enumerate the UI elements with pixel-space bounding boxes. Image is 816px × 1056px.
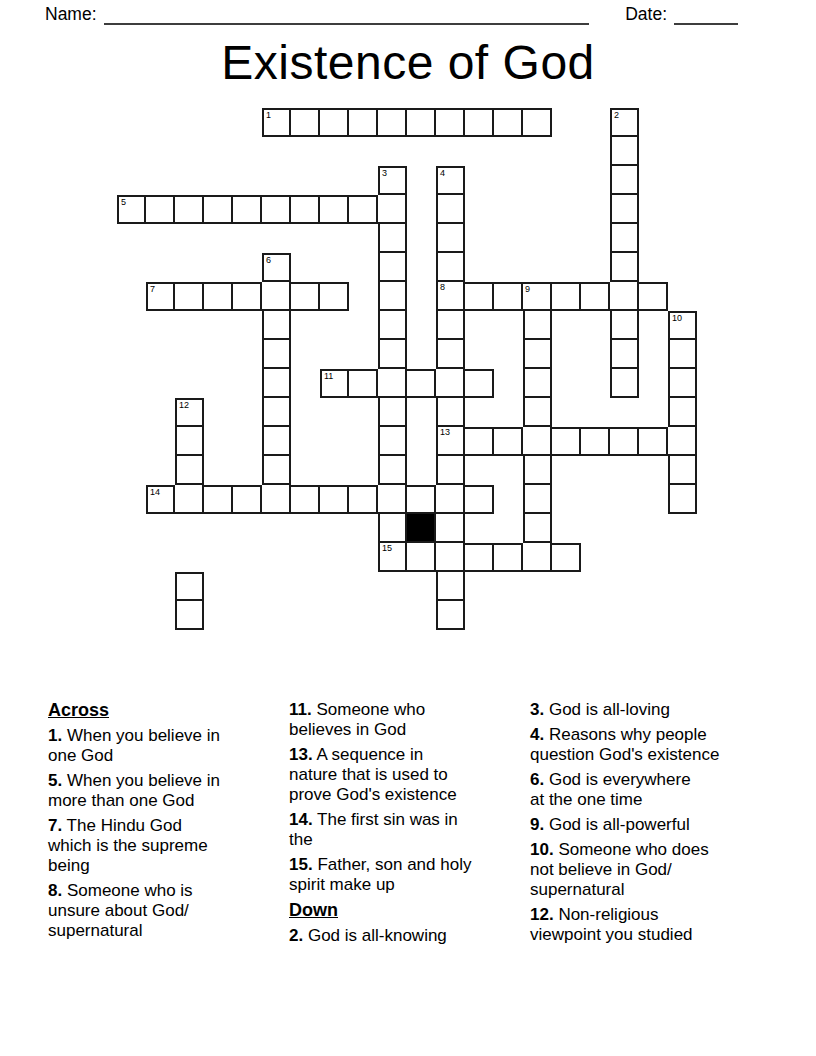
cell-r11c14[interactable]: [523, 427, 552, 456]
cell-r9c14[interactable]: [523, 369, 552, 398]
clue-across-7: 7. The Hindu God which is the supreme be…: [48, 816, 275, 876]
clue-list: Across1. When you believe in one God5. W…: [48, 700, 771, 951]
clue-text: Someone who does not believe in God/ sup…: [530, 840, 709, 899]
date-label: Date:: [625, 4, 667, 25]
cell-r10c5[interactable]: [262, 398, 291, 427]
cell-r5c17[interactable]: [610, 253, 639, 282]
clue-text: When you believe in one God: [48, 726, 220, 765]
clue-number-14: 14: [150, 487, 160, 497]
cell-r11c18[interactable]: [639, 427, 668, 456]
cell-r4c17[interactable]: [610, 224, 639, 253]
cell-r0c5[interactable]: 1: [262, 108, 291, 137]
cell-r7c19[interactable]: 10: [668, 311, 697, 340]
cell-r11c17[interactable]: [610, 427, 639, 456]
cell-r3c0[interactable]: 5: [117, 195, 146, 224]
clue-text: God is all-powerful: [549, 815, 690, 834]
clue-text: The Hindu God which is the supreme being: [48, 816, 208, 875]
clue-down-3: 3. God is all-loving: [530, 700, 757, 720]
clue-num-label: 9.: [530, 815, 544, 834]
clue-number-15: 15: [382, 543, 392, 553]
clue-number-9: 9: [525, 284, 530, 294]
clue-number-1: 1: [266, 110, 271, 120]
cell-r12c9[interactable]: [378, 456, 407, 485]
page-title: Existence of God: [0, 34, 816, 92]
cell-r10c11[interactable]: [436, 398, 465, 427]
clue-num-label: 2.: [289, 926, 303, 945]
cell-r13c12[interactable]: [465, 485, 494, 514]
clue-column-3: 3. God is all-loving4. Reasons why peopl…: [530, 700, 757, 951]
cell-r7c5[interactable]: [262, 311, 291, 340]
clue-num-label: 13.: [289, 745, 313, 764]
cell-r2c11[interactable]: 4: [436, 166, 465, 195]
cell-r15c9[interactable]: 15: [378, 543, 407, 572]
clue-text: God is all-knowing: [308, 926, 447, 945]
cell-r1c17[interactable]: [610, 137, 639, 166]
cell-r3c3[interactable]: [204, 195, 233, 224]
clue-num-label: 15.: [289, 855, 313, 874]
cell-r15c14[interactable]: [523, 543, 552, 572]
cell-r15c10[interactable]: [407, 543, 436, 572]
cell-r7c14[interactable]: [523, 311, 552, 340]
clue-number-10: 10: [672, 313, 682, 323]
clue-across-14: 14. The first sin was in the: [289, 810, 516, 850]
clue-number-2: 2: [614, 110, 619, 120]
clue-text: Someone who is unsure about God/ superna…: [48, 881, 193, 940]
cell-r6c3[interactable]: [204, 282, 233, 311]
cell-r6c18[interactable]: [639, 282, 668, 311]
cell-r3c2[interactable]: [175, 195, 204, 224]
clue-num-label: 14.: [289, 810, 313, 829]
cell-r12c14[interactable]: [523, 456, 552, 485]
cell-r13c1[interactable]: 14: [146, 485, 175, 514]
cell-r13c9[interactable]: [378, 485, 407, 514]
cell-r12c5[interactable]: [262, 456, 291, 485]
cell-r9c11[interactable]: [436, 369, 465, 398]
cell-r11c5[interactable]: [262, 427, 291, 456]
cell-r9c8[interactable]: [349, 369, 378, 398]
cell-r13c3[interactable]: [204, 485, 233, 514]
clue-num-label: 6.: [530, 770, 544, 789]
cell-r9c19[interactable]: [668, 369, 697, 398]
clue-num-label: 4.: [530, 725, 544, 744]
cell-r9c9[interactable]: [378, 369, 407, 398]
cell-r7c17[interactable]: [610, 311, 639, 340]
cell-r6c9[interactable]: [378, 282, 407, 311]
cell-r0c12[interactable]: [465, 108, 494, 137]
clue-text: A sequence in nature that is used to pro…: [289, 745, 457, 804]
cell-r15c15[interactable]: [552, 543, 581, 572]
worksheet-header: Name: Date:: [45, 4, 738, 25]
clue-down-12: 12. Non-religious viewpoint you studied: [530, 905, 757, 945]
clue-number-13: 13: [440, 427, 450, 437]
cell-r8c19[interactable]: [668, 340, 697, 369]
cell-r4c11[interactable]: [436, 224, 465, 253]
cell-r6c4[interactable]: [233, 282, 262, 311]
cell-r0c8[interactable]: [349, 108, 378, 137]
cell-r11c9[interactable]: [378, 427, 407, 456]
cell-r17c11[interactable]: [436, 601, 465, 630]
cell-r13c8[interactable]: [349, 485, 378, 514]
cell-r11c12[interactable]: [465, 427, 494, 456]
cell-r3c4[interactable]: [233, 195, 262, 224]
cell-r13c19[interactable]: [668, 485, 697, 514]
clue-down-6: 6. God is everywhere at the one time: [530, 770, 757, 810]
cell-r3c6[interactable]: [291, 195, 320, 224]
cell-r6c1[interactable]: 7: [146, 282, 175, 311]
cell-r11c11[interactable]: 13: [436, 427, 465, 456]
cell-r6c17[interactable]: [610, 282, 639, 311]
cell-r3c5[interactable]: [262, 195, 291, 224]
clue-num-label: 5.: [48, 771, 62, 790]
clue-number-11: 11: [324, 371, 333, 381]
cell-r6c7[interactable]: [320, 282, 349, 311]
cell-r15c12[interactable]: [465, 543, 494, 572]
cell-r11c19[interactable]: [668, 427, 697, 456]
cell-r6c11[interactable]: 8: [436, 282, 465, 311]
clue-number-12: 12: [179, 400, 189, 410]
clue-down-2: 2. God is all-knowing: [289, 926, 516, 946]
cell-r12c11[interactable]: [436, 456, 465, 485]
clue-text: When you believe in more than one God: [48, 771, 220, 810]
cell-r11c15[interactable]: [552, 427, 581, 456]
cell-r9c7[interactable]: 11: [320, 369, 349, 398]
clue-across-8: 8. Someone who is unsure about God/ supe…: [48, 881, 275, 941]
clue-number-8: 8: [440, 282, 445, 292]
clue-number-5: 5: [121, 197, 126, 207]
cell-r14c9[interactable]: [378, 514, 407, 543]
cell-r16c2[interactable]: [175, 572, 204, 601]
cell-r13c6[interactable]: [291, 485, 320, 514]
clue-column-1: Across1. When you believe in one God5. W…: [48, 700, 275, 951]
cell-r6c6[interactable]: [291, 282, 320, 311]
cell-r6c13[interactable]: [494, 282, 523, 311]
cell-r14c14[interactable]: [523, 514, 552, 543]
clue-number-6: 6: [266, 255, 271, 265]
cell-r6c12[interactable]: [465, 282, 494, 311]
cell-r9c12[interactable]: [465, 369, 494, 398]
clue-number-3: 3: [382, 168, 387, 178]
cell-r11c2[interactable]: [175, 427, 204, 456]
cell-r15c11[interactable]: [436, 543, 465, 572]
cell-r0c9[interactable]: [378, 108, 407, 137]
cell-r3c17[interactable]: [610, 195, 639, 224]
cell-r16c11[interactable]: [436, 572, 465, 601]
clue-across-5: 5. When you believe in more than one God: [48, 771, 275, 811]
cell-r9c5[interactable]: [262, 369, 291, 398]
name-label: Name:: [45, 4, 97, 25]
cell-r9c10[interactable]: [407, 369, 436, 398]
cell-r7c11[interactable]: [436, 311, 465, 340]
cell-r0c14[interactable]: [523, 108, 552, 137]
clue-text: Father, son and holy spirit make up: [289, 855, 471, 894]
clue-num-label: 11.: [289, 700, 312, 719]
clue-number-4: 4: [440, 168, 445, 178]
cell-r3c7[interactable]: [320, 195, 349, 224]
clue-text: Non-religious viewpoint you studied: [530, 905, 693, 944]
date-fill-line[interactable]: [674, 6, 738, 25]
clue-down-10: 10. Someone who does not believe in God/…: [530, 840, 757, 900]
clue-num-label: 8.: [48, 881, 62, 900]
cell-r8c5[interactable]: [262, 340, 291, 369]
black-cell: [407, 514, 436, 543]
clue-down-4: 4. Reasons why people question God's exi…: [530, 725, 757, 765]
cell-r13c11[interactable]: [436, 485, 465, 514]
cell-r2c9[interactable]: 3: [378, 166, 407, 195]
clue-text: God is everywhere at the one time: [530, 770, 691, 809]
crossword-grid: 123456789101112131415: [117, 108, 697, 630]
cell-r3c8[interactable]: [349, 195, 378, 224]
cell-r6c15[interactable]: [552, 282, 581, 311]
cell-r7c9[interactable]: [378, 311, 407, 340]
cell-r5c5[interactable]: 6: [262, 253, 291, 282]
cell-r3c9[interactable]: [378, 195, 407, 224]
cell-r5c11[interactable]: [436, 253, 465, 282]
cell-r4c9[interactable]: [378, 224, 407, 253]
clue-across-13: 13. A sequence in nature that is used to…: [289, 745, 516, 805]
down-heading: Down: [289, 900, 516, 920]
cell-r6c2[interactable]: [175, 282, 204, 311]
cell-r0c6[interactable]: [291, 108, 320, 137]
clue-num-label: 3.: [530, 700, 544, 719]
cell-r3c1[interactable]: [146, 195, 175, 224]
cell-r10c19[interactable]: [668, 398, 697, 427]
cell-r0c7[interactable]: [320, 108, 349, 137]
cell-r11c16[interactable]: [581, 427, 610, 456]
clue-across-11: 11. Someone who believes in God: [289, 700, 516, 740]
across-heading: Across: [48, 700, 275, 720]
clue-num-label: 10.: [530, 840, 554, 859]
cell-r6c14[interactable]: 9: [523, 282, 552, 311]
cell-r15c13[interactable]: [494, 543, 523, 572]
cell-r17c2[interactable]: [175, 601, 204, 630]
cell-r0c13[interactable]: [494, 108, 523, 137]
cell-r0c10[interactable]: [407, 108, 436, 137]
clue-column-2: 11. Someone who believes in God13. A seq…: [289, 700, 516, 951]
clue-number-7: 7: [150, 284, 155, 294]
cell-r10c9[interactable]: [378, 398, 407, 427]
cell-r13c4[interactable]: [233, 485, 262, 514]
cell-r13c5[interactable]: [262, 485, 291, 514]
cell-r10c14[interactable]: [523, 398, 552, 427]
cell-r0c11[interactable]: [436, 108, 465, 137]
cell-r11c13[interactable]: [494, 427, 523, 456]
clue-across-15: 15. Father, son and holy spirit make up: [289, 855, 516, 895]
cell-r6c16[interactable]: [581, 282, 610, 311]
cell-r3c11[interactable]: [436, 195, 465, 224]
clue-down-9: 9. God is all-powerful: [530, 815, 757, 835]
clue-num-label: 12.: [530, 905, 554, 924]
clue-across-1: 1. When you believe in one God: [48, 726, 275, 766]
clue-text: Reasons why people question God's existe…: [530, 725, 719, 764]
name-fill-line[interactable]: [104, 6, 590, 25]
cell-r5c9[interactable]: [378, 253, 407, 282]
cell-r6c5[interactable]: [262, 282, 291, 311]
clue-text: The first sin was in the: [289, 810, 458, 849]
cell-r8c14[interactable]: [523, 340, 552, 369]
cell-r14c11[interactable]: [436, 514, 465, 543]
cell-r12c2[interactable]: [175, 456, 204, 485]
clue-num-label: 1.: [48, 726, 62, 745]
cell-r13c14[interactable]: [523, 485, 552, 514]
clue-num-label: 7.: [48, 816, 62, 835]
clue-text: God is all-loving: [549, 700, 670, 719]
cell-r13c7[interactable]: [320, 485, 349, 514]
cell-r13c2[interactable]: [175, 485, 204, 514]
cell-r8c11[interactable]: [436, 340, 465, 369]
cell-r12c19[interactable]: [668, 456, 697, 485]
cell-r8c9[interactable]: [378, 340, 407, 369]
cell-r0c17[interactable]: 2: [610, 108, 639, 137]
cell-r13c10[interactable]: [407, 485, 436, 514]
cell-r8c17[interactable]: [610, 340, 639, 369]
cell-r9c17[interactable]: [610, 369, 639, 398]
cell-r10c2[interactable]: 12: [175, 398, 204, 427]
cell-r2c17[interactable]: [610, 166, 639, 195]
